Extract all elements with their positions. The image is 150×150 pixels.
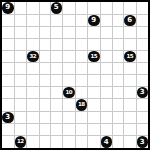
cell-r4c7[interactable]: 15 [88, 51, 101, 64]
cell-r8c9[interactable] [113, 99, 124, 112]
cell-r9c0[interactable]: 3 [2, 112, 15, 125]
cell-r2c10[interactable] [124, 27, 137, 39]
cell-r5c6[interactable] [76, 63, 89, 75]
cell-r6c6[interactable] [76, 75, 89, 87]
cell-r1c3[interactable] [40, 15, 51, 28]
cell-r9c7[interactable] [88, 112, 101, 125]
cell-r9c11[interactable] [137, 112, 149, 125]
cell-r11c11[interactable]: 3 [137, 136, 149, 148]
cell-r6c9[interactable] [113, 75, 124, 87]
cell-r2c5[interactable] [63, 27, 76, 39]
cell-r1c11[interactable] [137, 15, 149, 28]
cell-r10c10[interactable] [124, 124, 137, 136]
clue-circle: 3 [137, 136, 149, 148]
cell-r0c0[interactable]: 9 [2, 2, 15, 15]
cell-r5c9[interactable] [113, 63, 124, 75]
cell-r6c5[interactable] [63, 75, 76, 87]
clue-circle: 9 [2, 2, 14, 14]
clue-circle: 6 [124, 15, 136, 27]
cell-r4c11[interactable] [137, 51, 149, 64]
clue-circle: 3 [2, 112, 14, 124]
cell-r10c7[interactable] [88, 124, 101, 136]
cell-r8c3[interactable] [40, 99, 51, 112]
clue-circle: 9 [88, 15, 100, 27]
cell-r4c6[interactable] [76, 51, 89, 64]
cell-r7c8[interactable] [101, 87, 114, 100]
cell-r2c8[interactable] [101, 27, 114, 39]
cell-r3c11[interactable] [137, 39, 149, 51]
puzzle-board: 95963215151031831243 [0, 0, 150, 150]
cell-r0c6[interactable] [76, 2, 89, 15]
cell-r3c1[interactable] [15, 39, 28, 51]
cell-r2c11[interactable] [137, 27, 149, 39]
clue-circle: 4 [101, 136, 113, 148]
cell-r8c7[interactable] [88, 99, 101, 112]
cell-r11c4[interactable] [51, 136, 64, 148]
cell-r7c1[interactable] [15, 87, 28, 100]
cell-r7c3[interactable] [40, 87, 51, 100]
cell-r11c8[interactable]: 4 [101, 136, 114, 148]
cell-r8c5[interactable] [63, 99, 76, 112]
cell-r10c9[interactable] [113, 124, 124, 136]
cell-r6c3[interactable] [40, 75, 51, 87]
cell-r1c10[interactable]: 6 [124, 15, 137, 28]
cell-r1c5[interactable] [63, 15, 76, 28]
cell-r6c1[interactable] [15, 75, 28, 87]
cell-r10c4[interactable] [51, 124, 64, 136]
cell-r0c2[interactable] [27, 2, 40, 15]
clue-circle: 15 [124, 51, 136, 63]
cell-r4c2[interactable]: 32 [27, 51, 40, 64]
cell-r4c8[interactable] [101, 51, 114, 64]
cell-r8c2[interactable] [27, 99, 40, 112]
cell-r6c4[interactable] [51, 75, 64, 87]
cell-r8c8[interactable] [101, 99, 114, 112]
cell-r7c11[interactable]: 3 [137, 87, 149, 100]
cell-r11c0[interactable] [2, 136, 15, 148]
cell-r9c10[interactable] [124, 112, 137, 125]
cell-r6c10[interactable] [124, 75, 137, 87]
cell-r1c9[interactable] [113, 15, 124, 28]
cell-r9c3[interactable] [40, 112, 51, 125]
cell-r9c5[interactable] [63, 112, 76, 125]
cell-r2c1[interactable] [15, 27, 28, 39]
cell-r4c9[interactable] [113, 51, 124, 64]
cell-r3c6[interactable] [76, 39, 89, 51]
cell-r8c1[interactable] [15, 99, 28, 112]
cell-r11c9[interactable] [113, 136, 124, 148]
cell-r11c2[interactable] [27, 136, 40, 148]
cell-r11c6[interactable] [76, 136, 89, 148]
cell-r7c7[interactable] [88, 87, 101, 100]
cell-r10c11[interactable] [137, 124, 149, 136]
cell-r1c1[interactable] [15, 15, 28, 28]
clue-circle: 5 [51, 2, 63, 14]
cell-r2c3[interactable] [40, 27, 51, 39]
cell-r5c11[interactable] [137, 63, 149, 75]
cell-r7c6[interactable] [76, 87, 89, 100]
cell-r0c11[interactable] [137, 2, 149, 15]
cell-r8c4[interactable] [51, 99, 64, 112]
cell-r5c4[interactable] [51, 63, 64, 75]
cell-r9c8[interactable] [101, 112, 114, 125]
clue-circle: 32 [27, 51, 39, 63]
cell-r5c8[interactable] [101, 63, 114, 75]
cell-r1c8[interactable] [101, 15, 114, 28]
cell-r5c2[interactable] [27, 63, 40, 75]
cell-r7c0[interactable] [2, 87, 15, 100]
clue-circle: 15 [88, 51, 100, 63]
cell-r3c0[interactable] [2, 39, 15, 51]
cell-r11c3[interactable] [40, 136, 51, 148]
cell-r3c10[interactable] [124, 39, 137, 51]
cell-r8c10[interactable] [124, 99, 137, 112]
cell-r3c7[interactable] [88, 39, 101, 51]
cell-r4c0[interactable] [2, 51, 15, 64]
cell-r10c2[interactable] [27, 124, 40, 136]
cell-r3c9[interactable] [113, 39, 124, 51]
cell-r4c3[interactable] [40, 51, 51, 64]
cell-r7c9[interactable] [113, 87, 124, 100]
cell-r10c1[interactable] [15, 124, 28, 136]
cell-r2c9[interactable] [113, 27, 124, 39]
cell-r1c2[interactable] [27, 15, 40, 28]
clue-circle: 12 [15, 136, 27, 148]
cell-r4c10[interactable]: 15 [124, 51, 137, 64]
cell-r2c4[interactable] [51, 27, 64, 39]
cell-r3c5[interactable] [63, 39, 76, 51]
cell-r7c5[interactable]: 10 [63, 87, 76, 100]
cell-r8c0[interactable] [2, 99, 15, 112]
cell-r1c4[interactable] [51, 15, 64, 28]
cell-r6c2[interactable] [27, 75, 40, 87]
cell-r9c4[interactable] [51, 112, 64, 125]
cell-r3c8[interactable] [101, 39, 114, 51]
cell-r5c1[interactable] [15, 63, 28, 75]
cell-r5c3[interactable] [40, 63, 51, 75]
cell-r7c4[interactable] [51, 87, 64, 100]
cell-r5c10[interactable] [124, 63, 137, 75]
cell-r11c7[interactable] [88, 136, 101, 148]
cell-r6c7[interactable] [88, 75, 101, 87]
cell-r2c7[interactable] [88, 27, 101, 39]
cell-r0c8[interactable] [101, 2, 114, 15]
cell-r0c9[interactable] [113, 2, 124, 15]
cell-r4c4[interactable] [51, 51, 64, 64]
cell-r10c8[interactable] [101, 124, 114, 136]
cell-r2c6[interactable] [76, 27, 89, 39]
cell-r2c0[interactable] [2, 27, 15, 39]
cell-r10c3[interactable] [40, 124, 51, 136]
cell-r1c7[interactable]: 9 [88, 15, 101, 28]
cell-r8c6[interactable]: 18 [76, 99, 89, 112]
cell-r0c4[interactable]: 5 [51, 2, 64, 15]
cell-r8c11[interactable] [137, 99, 149, 112]
cell-r7c10[interactable] [124, 87, 137, 100]
cell-r3c4[interactable] [51, 39, 64, 51]
cell-r10c5[interactable] [63, 124, 76, 136]
cell-r9c2[interactable] [27, 112, 40, 125]
cell-r11c5[interactable] [63, 136, 76, 148]
cell-r3c3[interactable] [40, 39, 51, 51]
clue-circle: 3 [137, 87, 149, 99]
cell-r6c11[interactable] [137, 75, 149, 87]
cell-r9c9[interactable] [113, 112, 124, 125]
cell-r9c6[interactable] [76, 112, 89, 125]
cell-r11c1[interactable]: 12 [15, 136, 28, 148]
cell-r0c10[interactable] [124, 2, 137, 15]
cell-r5c5[interactable] [63, 63, 76, 75]
cell-r0c5[interactable] [63, 2, 76, 15]
cell-r4c1[interactable] [15, 51, 28, 64]
cell-r1c0[interactable] [2, 15, 15, 28]
cell-r1c6[interactable] [76, 15, 89, 28]
cell-r2c2[interactable] [27, 27, 40, 39]
cell-r5c7[interactable] [88, 63, 101, 75]
cell-r4c5[interactable] [63, 51, 76, 64]
cell-r7c2[interactable] [27, 87, 40, 100]
cell-r3c2[interactable] [27, 39, 40, 51]
clue-circle: 10 [63, 87, 75, 99]
cell-r0c3[interactable] [40, 2, 51, 15]
cell-r6c0[interactable] [2, 75, 15, 87]
cell-r0c7[interactable] [88, 2, 101, 15]
cell-r5c0[interactable] [2, 63, 15, 75]
cell-r11c10[interactable] [124, 136, 137, 148]
cell-r0c1[interactable] [15, 2, 28, 15]
cell-r10c6[interactable] [76, 124, 89, 136]
cell-r10c0[interactable] [2, 124, 15, 136]
clue-circle: 18 [76, 99, 88, 111]
cell-r9c1[interactable] [15, 112, 28, 125]
cell-r6c8[interactable] [101, 75, 114, 87]
